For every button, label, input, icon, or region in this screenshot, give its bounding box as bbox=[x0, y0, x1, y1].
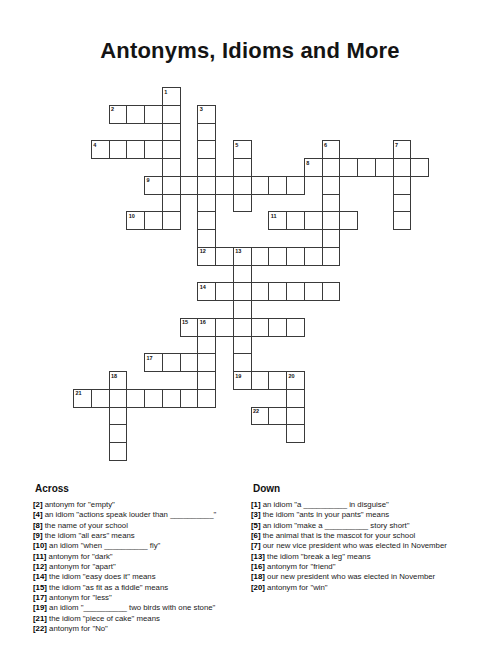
clue-item-2: [2] antonym for "empty" bbox=[33, 500, 247, 510]
clue-number-label-12: 12 bbox=[200, 248, 206, 254]
grid-cell-r4c17[interactable] bbox=[375, 158, 394, 177]
grid-cell-r6c9[interactable] bbox=[233, 194, 252, 213]
grid-cell-r11c11[interactable] bbox=[268, 282, 287, 301]
grid-cell-r1c5[interactable] bbox=[162, 105, 181, 124]
clue-number-text: [15] bbox=[33, 583, 47, 592]
grid-cell-r5c12[interactable] bbox=[286, 176, 305, 195]
clue-text: antonym for "No" bbox=[47, 624, 108, 633]
grid-cell-r6c18[interactable] bbox=[393, 194, 412, 213]
grid-cell-r11c10[interactable] bbox=[251, 282, 270, 301]
grid-cell-r4c16[interactable] bbox=[357, 158, 376, 177]
grid-cell-r13c9[interactable] bbox=[233, 318, 252, 337]
clue-number-label-9: 9 bbox=[147, 177, 150, 183]
grid-cell-r5c9[interactable] bbox=[233, 176, 252, 195]
grid-cell-r7c7[interactable] bbox=[197, 211, 216, 230]
clue-number-text: [13] bbox=[251, 552, 265, 561]
grid-cell-r17c3[interactable] bbox=[126, 389, 145, 408]
clue-item-10: [10] an idiom "when __________ fly" bbox=[33, 541, 247, 551]
grid-cell-r5c8[interactable] bbox=[215, 176, 234, 195]
grid-cell-r6c7[interactable] bbox=[197, 194, 216, 213]
grid-cell-r3c18[interactable]: 7 bbox=[393, 140, 412, 159]
clue-number-label-15: 15 bbox=[182, 319, 188, 325]
clue-text: the idiom "as fit as a fiddle" means bbox=[47, 583, 168, 592]
grid-cell-r10c9[interactable] bbox=[233, 265, 252, 284]
grid-cell-r11c14[interactable] bbox=[322, 282, 341, 301]
clue-item-8: [8] the name of your school bbox=[33, 521, 247, 531]
grid-cell-r7c14[interactable] bbox=[322, 211, 341, 230]
grid-cell-r15c4[interactable]: 17 bbox=[144, 353, 163, 372]
grid-cell-r5c6[interactable] bbox=[180, 176, 199, 195]
grid-cell-r18c10[interactable]: 22 bbox=[251, 407, 270, 426]
grid-cell-r17c7[interactable] bbox=[197, 389, 216, 408]
clue-number-text: [20] bbox=[251, 583, 265, 592]
grid-cell-r14c9[interactable] bbox=[233, 336, 252, 355]
grid-cell-r11c13[interactable] bbox=[304, 282, 323, 301]
clue-item-19: [19] an idiom "__________ two birds with… bbox=[33, 603, 247, 613]
grid-cell-r13c6[interactable]: 15 bbox=[180, 318, 199, 337]
clue-text: antonym for "empty" bbox=[43, 500, 115, 509]
grid-cell-r4c13[interactable]: 8 bbox=[304, 158, 323, 177]
clue-number-text: [10] bbox=[33, 541, 47, 550]
clue-text: antonym for "less" bbox=[47, 593, 112, 602]
grid-cell-r11c7[interactable]: 14 bbox=[197, 282, 216, 301]
grid-cell-r16c12[interactable]: 20 bbox=[286, 371, 305, 390]
grid-cell-r11c12[interactable] bbox=[286, 282, 305, 301]
clue-number-label-2: 2 bbox=[111, 106, 114, 112]
grid-cell-r7c4[interactable] bbox=[144, 211, 163, 230]
grid-cell-r7c3[interactable]: 10 bbox=[126, 211, 145, 230]
grid-cell-r7c18[interactable] bbox=[393, 211, 412, 230]
grid-cell-r9c10[interactable] bbox=[251, 247, 270, 266]
grid-cell-r1c4[interactable] bbox=[144, 105, 163, 124]
grid-cell-r5c10[interactable] bbox=[251, 176, 270, 195]
clue-number-text: [3] bbox=[251, 510, 261, 519]
grid-cell-r15c9[interactable] bbox=[233, 353, 252, 372]
clue-number-text: [1] bbox=[251, 500, 261, 509]
clue-item-5: [5] an idiom "make a __________ story sh… bbox=[251, 521, 497, 531]
grid-cell-r12c9[interactable] bbox=[233, 300, 252, 319]
grid-cell-r7c12[interactable] bbox=[286, 211, 305, 230]
grid-cell-r9c12[interactable] bbox=[286, 247, 305, 266]
clue-text: the idiom "piece of cake" means bbox=[47, 614, 160, 623]
clue-number-text: [17] bbox=[33, 593, 47, 602]
grid-cell-r8c7[interactable] bbox=[197, 229, 216, 248]
grid-cell-r15c5[interactable] bbox=[162, 353, 181, 372]
grid-cell-r3c1[interactable]: 4 bbox=[91, 140, 110, 159]
clue-number-label-5: 5 bbox=[235, 142, 238, 148]
clue-number-text: [7] bbox=[251, 541, 261, 550]
clue-number-label-1: 1 bbox=[164, 89, 167, 95]
across-clue-list: [2] antonym for "empty"[4] an idiom "act… bbox=[33, 500, 247, 634]
clue-item-13: [13] the idiom "break a leg" means bbox=[251, 552, 497, 562]
grid-cell-r11c8[interactable] bbox=[215, 282, 234, 301]
clue-text: an idiom "make a __________ story short" bbox=[261, 521, 410, 530]
grid-cell-r3c9[interactable]: 5 bbox=[233, 140, 252, 159]
clue-text: antonym for "win" bbox=[265, 583, 328, 592]
clue-number-text: [11] bbox=[33, 552, 46, 561]
clue-item-4: [4] an idiom "actions speak louder than … bbox=[33, 510, 247, 520]
grid-cell-r4c18[interactable] bbox=[393, 158, 412, 177]
grid-cell-r3c2[interactable] bbox=[109, 140, 128, 159]
grid-cell-r16c7[interactable] bbox=[197, 371, 216, 390]
grid-cell-r13c8[interactable] bbox=[215, 318, 234, 337]
grid-cell-r9c9[interactable]: 13 bbox=[233, 247, 252, 266]
grid-cell-r19c2[interactable] bbox=[109, 424, 128, 443]
clue-item-6: [6] the animal that is the mascot for yo… bbox=[251, 531, 497, 541]
across-header: Across bbox=[35, 483, 247, 494]
clue-number-text: [18] bbox=[251, 572, 265, 581]
clue-number-label-16: 16 bbox=[200, 319, 206, 325]
clue-item-12: [12] antonym for "apart" bbox=[33, 562, 247, 572]
grid-cell-r9c11[interactable] bbox=[268, 247, 287, 266]
grid-cell-r2c5[interactable] bbox=[162, 123, 181, 142]
grid-cell-r15c7[interactable] bbox=[197, 353, 216, 372]
grid-cell-r6c5[interactable] bbox=[162, 194, 181, 213]
grid-cell-r9c7[interactable]: 12 bbox=[197, 247, 216, 266]
clue-text: the name of your school bbox=[43, 521, 128, 530]
clue-number-text: [21] bbox=[33, 614, 47, 623]
grid-cell-r5c7[interactable] bbox=[197, 176, 216, 195]
clue-number-label-8: 8 bbox=[306, 160, 309, 166]
clue-item-1: [1] an idiom "a __________ in disguise" bbox=[251, 500, 497, 510]
grid-cell-r17c1[interactable] bbox=[91, 389, 110, 408]
clue-number-text: [19] bbox=[33, 603, 47, 612]
clue-number-text: [6] bbox=[251, 531, 261, 540]
clue-text: an idiom "__________ two birds with one … bbox=[47, 603, 216, 612]
grid-cell-r14c7[interactable] bbox=[197, 336, 216, 355]
clue-number-text: [14] bbox=[33, 572, 47, 581]
clue-item-17: [17] antonym for "less" bbox=[33, 593, 247, 603]
grid-cell-r16c11[interactable] bbox=[268, 371, 287, 390]
clue-text: an idiom "a __________ in disguise" bbox=[261, 500, 389, 509]
grid-cell-r3c14[interactable]: 6 bbox=[322, 140, 341, 159]
grid-cell-r18c2[interactable] bbox=[109, 407, 128, 426]
grid-cell-r17c6[interactable] bbox=[180, 389, 199, 408]
clue-text: the idiom "break a leg" means bbox=[265, 552, 371, 561]
clue-item-16: [16] antonym for "friend" bbox=[251, 562, 497, 572]
down-header: Down bbox=[253, 483, 497, 494]
clue-item-3: [3] the idiom "ants in your pants" means bbox=[251, 510, 497, 520]
grid-cell-r7c15[interactable] bbox=[339, 211, 358, 230]
clue-number-label-19: 19 bbox=[235, 373, 241, 379]
grid-cell-r1c7[interactable]: 3 bbox=[197, 105, 216, 124]
clue-number-label-22: 22 bbox=[253, 408, 259, 414]
grid-cell-r13c7[interactable]: 16 bbox=[197, 318, 216, 337]
grid-cell-r5c14[interactable] bbox=[322, 176, 341, 195]
grid-cell-r9c8[interactable] bbox=[215, 247, 234, 266]
grid-cell-r16c9[interactable]: 19 bbox=[233, 371, 252, 390]
clue-item-14: [14] the idiom "easy does it" means bbox=[33, 572, 247, 582]
grid-cell-r16c10[interactable] bbox=[251, 371, 270, 390]
grid-cell-r3c7[interactable] bbox=[197, 140, 216, 159]
clue-text: the idiom "all ears" means bbox=[43, 531, 135, 540]
clue-item-11: [11] antonym for "dark" bbox=[33, 552, 247, 562]
grid-cell-r8c14[interactable] bbox=[322, 229, 341, 248]
clue-number-text: [4] bbox=[33, 510, 43, 519]
clue-number-label-4: 4 bbox=[93, 142, 96, 148]
across-clue-column: Across [2] antonym for "empty"[4] an idi… bbox=[33, 483, 247, 634]
grid-cell-r2c7[interactable] bbox=[197, 123, 216, 142]
clue-item-22: [22] antonym for "No" bbox=[33, 624, 247, 634]
clue-item-21: [21] the idiom "piece of cake" means bbox=[33, 614, 247, 624]
crossword-page: Antonyms, Idioms and More 12345678910111… bbox=[0, 0, 500, 647]
clue-number-text: [8] bbox=[33, 521, 43, 530]
clue-number-label-18: 18 bbox=[111, 373, 117, 379]
grid-cell-r15c6[interactable] bbox=[180, 353, 199, 372]
grid-cell-r4c7[interactable] bbox=[197, 158, 216, 177]
puzzle-title: Antonyms, Idioms and More bbox=[0, 38, 500, 64]
grid-cell-r13c12[interactable] bbox=[286, 318, 305, 337]
grid-cell-r9c14[interactable] bbox=[322, 247, 341, 266]
grid-cell-r4c14[interactable] bbox=[322, 158, 341, 177]
grid-cell-r7c5[interactable] bbox=[162, 211, 181, 230]
grid-cell-r5c4[interactable]: 9 bbox=[144, 176, 163, 195]
clue-item-15: [15] the idiom "as fit as a fiddle" mean… bbox=[33, 583, 247, 593]
clue-number-label-20: 20 bbox=[289, 373, 295, 379]
grid-cell-r17c4[interactable] bbox=[144, 389, 163, 408]
clue-item-18: [18] our new president who was elected i… bbox=[251, 572, 497, 582]
grid-cell-r7c11[interactable]: 11 bbox=[268, 211, 287, 230]
grid-cell-r3c5[interactable] bbox=[162, 140, 181, 159]
clue-number-label-6: 6 bbox=[324, 142, 327, 148]
clue-text: antonym for "apart" bbox=[47, 562, 116, 571]
grid-cell-r4c15[interactable] bbox=[339, 158, 358, 177]
clue-text: antonym for "friend" bbox=[265, 562, 336, 571]
clue-number-text: [5] bbox=[251, 521, 261, 530]
clue-number-text: [22] bbox=[33, 624, 47, 633]
clue-text: the animal that is the mascot for your s… bbox=[261, 531, 416, 540]
grid-cell-r3c4[interactable] bbox=[144, 140, 163, 159]
clue-text: an idiom "when __________ fly" bbox=[47, 541, 160, 550]
grid-cell-r17c2[interactable] bbox=[109, 389, 128, 408]
grid-cell-r20c2[interactable] bbox=[109, 442, 128, 461]
clue-text: an idiom "actions speak louder than ____… bbox=[43, 510, 217, 519]
clue-number-text: [2] bbox=[33, 500, 43, 509]
clue-text: our new vice president who was elected i… bbox=[261, 541, 447, 550]
clue-number-label-13: 13 bbox=[235, 248, 241, 254]
grid-cell-r17c0[interactable]: 21 bbox=[73, 389, 92, 408]
grid-cell-r13c10[interactable] bbox=[251, 318, 270, 337]
clue-number-label-17: 17 bbox=[147, 355, 153, 361]
clue-number-label-11: 11 bbox=[271, 213, 277, 219]
grid-cell-r5c5[interactable] bbox=[162, 176, 181, 195]
grid-cell-r18c12[interactable] bbox=[286, 407, 305, 426]
grid-cell-r17c12[interactable] bbox=[286, 389, 305, 408]
grid-cell-r18c11[interactable] bbox=[268, 407, 287, 426]
grid-cell-r3c3[interactable] bbox=[126, 140, 145, 159]
clue-item-9: [9] the idiom "all ears" means bbox=[33, 531, 247, 541]
grid-cell-r4c9[interactable] bbox=[233, 158, 252, 177]
down-clue-list: [1] an idiom "a __________ in disguise"[… bbox=[251, 500, 497, 593]
clue-number-text: [16] bbox=[251, 562, 265, 571]
grid-cell-r9c13[interactable] bbox=[304, 247, 323, 266]
grid-cell-r5c18[interactable] bbox=[393, 176, 412, 195]
down-clue-column: Down [1] an idiom "a __________ in disgu… bbox=[251, 483, 497, 593]
clue-number-label-10: 10 bbox=[129, 213, 135, 219]
clue-text: antonym for "dark" bbox=[46, 552, 112, 561]
clue-text: the idiom "easy does it" means bbox=[47, 572, 156, 581]
clue-number-text: [9] bbox=[33, 531, 43, 540]
grid-cell-r1c3[interactable] bbox=[126, 105, 145, 124]
clue-item-7: [7] our new vice president who was elect… bbox=[251, 541, 497, 551]
clue-number-label-21: 21 bbox=[76, 390, 82, 396]
clue-number-label-7: 7 bbox=[395, 142, 398, 148]
clue-item-20: [20] antonym for "win" bbox=[251, 583, 497, 593]
grid-cell-r6c14[interactable] bbox=[322, 194, 341, 213]
grid-cell-r16c2[interactable]: 18 bbox=[109, 371, 128, 390]
clue-number-label-3: 3 bbox=[200, 106, 203, 112]
grid-cell-r13c11[interactable] bbox=[268, 318, 287, 337]
grid-cell-r0c5[interactable]: 1 bbox=[162, 87, 181, 106]
grid-cell-r1c2[interactable]: 2 bbox=[109, 105, 128, 124]
grid-cell-r5c11[interactable] bbox=[268, 176, 287, 195]
clue-number-label-14: 14 bbox=[200, 284, 206, 290]
clue-text: the idiom "ants in your pants" means bbox=[261, 510, 390, 519]
grid-cell-r11c9[interactable] bbox=[233, 282, 252, 301]
clue-text: our new president who was elected in Nov… bbox=[265, 572, 435, 581]
grid-cell-r19c12[interactable] bbox=[286, 424, 305, 443]
grid-cell-r17c5[interactable] bbox=[162, 389, 181, 408]
grid-cell-r4c19[interactable] bbox=[410, 158, 429, 177]
clue-number-text: [12] bbox=[33, 562, 47, 571]
crossword-grid: 12345678910111213141516171819202122 bbox=[73, 87, 429, 461]
grid-cell-r4c5[interactable] bbox=[162, 158, 181, 177]
grid-cell-r7c13[interactable] bbox=[304, 211, 323, 230]
